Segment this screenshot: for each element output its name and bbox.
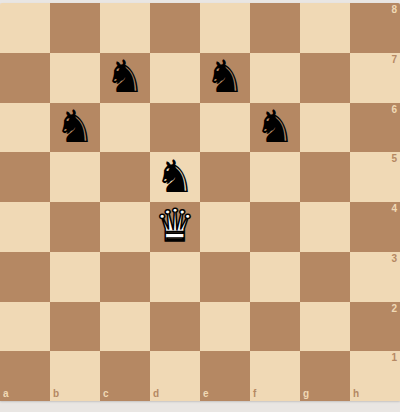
square-b6[interactable]: ♞ xyxy=(50,103,100,153)
square-b3[interactable] xyxy=(50,252,100,302)
page: { "game": "chess", "position": { "fen": … xyxy=(0,0,400,412)
square-b1[interactable]: b xyxy=(50,351,100,401)
square-g5[interactable] xyxy=(300,152,350,202)
square-a3[interactable] xyxy=(0,252,50,302)
square-d7[interactable] xyxy=(150,53,200,103)
square-a1[interactable]: a xyxy=(0,351,50,401)
square-c8[interactable] xyxy=(100,3,150,53)
square-f6[interactable]: ♞ xyxy=(250,103,300,153)
file-label-a: a xyxy=(3,389,9,399)
rank-label-5: 5 xyxy=(391,154,397,164)
square-e8[interactable] xyxy=(200,3,250,53)
square-f4[interactable] xyxy=(250,202,300,252)
square-e1[interactable]: e xyxy=(200,351,250,401)
square-e4[interactable] xyxy=(200,202,250,252)
piece-black-knight-d5[interactable]: ♞ xyxy=(155,154,195,199)
square-d5[interactable]: ♞ xyxy=(150,152,200,202)
square-h8[interactable]: 8 xyxy=(350,3,400,53)
square-f5[interactable] xyxy=(250,152,300,202)
square-e2[interactable] xyxy=(200,302,250,352)
chess-board: 8♞♞7♞♞6♞5♛432abcdefg1h xyxy=(0,3,400,401)
square-c7[interactable]: ♞ xyxy=(100,53,150,103)
square-h3[interactable]: 3 xyxy=(350,252,400,302)
square-g3[interactable] xyxy=(300,252,350,302)
file-label-d: d xyxy=(153,389,159,399)
square-f7[interactable] xyxy=(250,53,300,103)
square-b2[interactable] xyxy=(50,302,100,352)
square-g1[interactable]: g xyxy=(300,351,350,401)
square-g2[interactable] xyxy=(300,302,350,352)
square-e5[interactable] xyxy=(200,152,250,202)
square-b5[interactable] xyxy=(50,152,100,202)
rank-label-7: 7 xyxy=(391,55,397,65)
square-h7[interactable]: 7 xyxy=(350,53,400,103)
square-a5[interactable] xyxy=(0,152,50,202)
square-a6[interactable] xyxy=(0,103,50,153)
square-d1[interactable]: d xyxy=(150,351,200,401)
square-g7[interactable] xyxy=(300,53,350,103)
rank-label-6: 6 xyxy=(391,105,397,115)
file-label-h: h xyxy=(353,389,359,399)
piece-white-queen-d4[interactable]: ♛ xyxy=(155,203,195,248)
square-c3[interactable] xyxy=(100,252,150,302)
rank-label-8: 8 xyxy=(391,5,397,15)
file-label-g: g xyxy=(303,389,309,399)
piece-black-knight-b6[interactable]: ♞ xyxy=(55,104,95,149)
board-frame: 8♞♞7♞♞6♞5♛432abcdefg1h xyxy=(0,3,400,401)
square-c6[interactable] xyxy=(100,103,150,153)
square-h4[interactable]: 4 xyxy=(350,202,400,252)
square-d8[interactable] xyxy=(150,3,200,53)
square-f8[interactable] xyxy=(250,3,300,53)
square-e6[interactable] xyxy=(200,103,250,153)
square-b8[interactable] xyxy=(50,3,100,53)
square-d2[interactable] xyxy=(150,302,200,352)
square-d4[interactable]: ♛ xyxy=(150,202,200,252)
square-h6[interactable]: 6 xyxy=(350,103,400,153)
file-label-b: b xyxy=(53,389,59,399)
square-h2[interactable]: 2 xyxy=(350,302,400,352)
square-f1[interactable]: f xyxy=(250,351,300,401)
square-h5[interactable]: 5 xyxy=(350,152,400,202)
square-a8[interactable] xyxy=(0,3,50,53)
rank-label-2: 2 xyxy=(391,304,397,314)
square-c1[interactable]: c xyxy=(100,351,150,401)
square-d6[interactable] xyxy=(150,103,200,153)
square-e7[interactable]: ♞ xyxy=(200,53,250,103)
square-a4[interactable] xyxy=(0,202,50,252)
file-label-c: c xyxy=(103,389,109,399)
square-a7[interactable] xyxy=(0,53,50,103)
square-c4[interactable] xyxy=(100,202,150,252)
square-g8[interactable] xyxy=(300,3,350,53)
square-c2[interactable] xyxy=(100,302,150,352)
piece-black-knight-c7[interactable]: ♞ xyxy=(105,54,145,99)
square-d3[interactable] xyxy=(150,252,200,302)
rank-label-1: 1 xyxy=(391,353,397,363)
square-g6[interactable] xyxy=(300,103,350,153)
square-f3[interactable] xyxy=(250,252,300,302)
square-b7[interactable] xyxy=(50,53,100,103)
square-g4[interactable] xyxy=(300,202,350,252)
square-h1[interactable]: 1h xyxy=(350,351,400,401)
piece-black-knight-f6[interactable]: ♞ xyxy=(255,104,295,149)
file-label-e: e xyxy=(203,389,209,399)
square-e3[interactable] xyxy=(200,252,250,302)
square-f2[interactable] xyxy=(250,302,300,352)
rank-label-4: 4 xyxy=(391,204,397,214)
square-a2[interactable] xyxy=(0,302,50,352)
rank-label-3: 3 xyxy=(391,254,397,264)
square-c5[interactable] xyxy=(100,152,150,202)
square-b4[interactable] xyxy=(50,202,100,252)
file-label-f: f xyxy=(253,389,256,399)
piece-black-knight-e7[interactable]: ♞ xyxy=(205,54,245,99)
